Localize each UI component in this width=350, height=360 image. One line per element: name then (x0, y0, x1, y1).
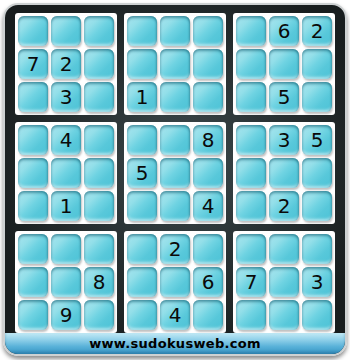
cell-r8c4[interactable] (127, 267, 157, 297)
cell-r7c7[interactable] (236, 234, 266, 264)
cell-r1c9[interactable]: 2 (302, 16, 332, 46)
cell-r5c2[interactable] (51, 158, 81, 188)
cell-r6c5[interactable] (160, 191, 190, 221)
cell-r8c5[interactable] (160, 267, 190, 297)
box-r2c2: 854 (124, 122, 226, 224)
cell-r8c7[interactable]: 7 (236, 267, 266, 297)
cell-r3c4[interactable]: 1 (127, 82, 157, 112)
cell-r1c3[interactable] (84, 16, 114, 46)
cell-r2c3[interactable] (84, 49, 114, 79)
cell-r8c6[interactable]: 6 (193, 267, 223, 297)
cell-r8c1[interactable] (18, 267, 48, 297)
cell-r4c9[interactable]: 5 (302, 125, 332, 155)
cell-r6c7[interactable] (236, 191, 266, 221)
cell-r1c7[interactable] (236, 16, 266, 46)
cell-r7c6[interactable] (193, 234, 223, 264)
cell-r4c8[interactable]: 3 (269, 125, 299, 155)
cell-r7c8[interactable] (269, 234, 299, 264)
box-r3c2: 264 (124, 231, 226, 333)
cell-r5c7[interactable] (236, 158, 266, 188)
cell-r6c3[interactable] (84, 191, 114, 221)
cell-r6c9[interactable] (302, 191, 332, 221)
cell-r4c7[interactable] (236, 125, 266, 155)
cell-r2c5[interactable] (160, 49, 190, 79)
cell-r7c1[interactable] (18, 234, 48, 264)
cell-r4c5[interactable] (160, 125, 190, 155)
cell-r3c3[interactable] (84, 82, 114, 112)
website-link[interactable]: www.sudokusweb.com (89, 336, 261, 351)
cell-r8c3[interactable]: 8 (84, 267, 114, 297)
cell-r4c1[interactable] (18, 125, 48, 155)
cell-r9c6[interactable] (193, 300, 223, 330)
cell-r5c1[interactable] (18, 158, 48, 188)
cell-r2c2[interactable]: 2 (51, 49, 81, 79)
cell-r7c4[interactable] (127, 234, 157, 264)
cell-r3c5[interactable] (160, 82, 190, 112)
cell-r7c9[interactable] (302, 234, 332, 264)
cell-r4c4[interactable] (127, 125, 157, 155)
cell-r5c8[interactable] (269, 158, 299, 188)
cell-r2c8[interactable] (269, 49, 299, 79)
box-r1c1: 723 (15, 13, 117, 115)
cell-r1c8[interactable]: 6 (269, 16, 299, 46)
sudoku-widget: 7231625418543528926473 www.sudokusweb.co… (3, 3, 347, 356)
sudoku-board: 7231625418543528926473 (15, 13, 335, 333)
cell-r4c2[interactable]: 4 (51, 125, 81, 155)
cell-r1c5[interactable] (160, 16, 190, 46)
box-r3c1: 89 (15, 231, 117, 333)
cell-r6c4[interactable] (127, 191, 157, 221)
cell-r9c8[interactable] (269, 300, 299, 330)
cell-r4c6[interactable]: 8 (193, 125, 223, 155)
cell-r1c2[interactable] (51, 16, 81, 46)
cell-r7c3[interactable] (84, 234, 114, 264)
cell-r6c6[interactable]: 4 (193, 191, 223, 221)
box-r2c3: 352 (233, 122, 335, 224)
cell-r9c9[interactable] (302, 300, 332, 330)
cell-r3c9[interactable] (302, 82, 332, 112)
cell-r6c1[interactable] (18, 191, 48, 221)
cell-r9c4[interactable] (127, 300, 157, 330)
cell-r2c1[interactable]: 7 (18, 49, 48, 79)
cell-r9c7[interactable] (236, 300, 266, 330)
cell-r5c3[interactable] (84, 158, 114, 188)
cell-r2c4[interactable] (127, 49, 157, 79)
cell-r1c4[interactable] (127, 16, 157, 46)
cell-r3c2[interactable]: 3 (51, 82, 81, 112)
cell-r6c8[interactable]: 2 (269, 191, 299, 221)
cell-r3c8[interactable]: 5 (269, 82, 299, 112)
cell-r2c9[interactable] (302, 49, 332, 79)
cell-r9c2[interactable]: 9 (51, 300, 81, 330)
cell-r9c1[interactable] (18, 300, 48, 330)
cell-r9c5[interactable]: 4 (160, 300, 190, 330)
cell-r3c7[interactable] (236, 82, 266, 112)
cell-r8c8[interactable] (269, 267, 299, 297)
box-r2c1: 41 (15, 122, 117, 224)
cell-r6c2[interactable]: 1 (51, 191, 81, 221)
cell-r5c5[interactable] (160, 158, 190, 188)
box-r1c2: 1 (124, 13, 226, 115)
cell-r2c6[interactable] (193, 49, 223, 79)
cell-r3c1[interactable] (18, 82, 48, 112)
box-r3c3: 73 (233, 231, 335, 333)
box-r1c3: 625 (233, 13, 335, 115)
cell-r1c6[interactable] (193, 16, 223, 46)
cell-r7c5[interactable]: 2 (160, 234, 190, 264)
cell-r5c6[interactable] (193, 158, 223, 188)
cell-r9c3[interactable] (84, 300, 114, 330)
cell-r2c7[interactable] (236, 49, 266, 79)
cell-r5c4[interactable]: 5 (127, 158, 157, 188)
cell-r7c2[interactable] (51, 234, 81, 264)
cell-r1c1[interactable] (18, 16, 48, 46)
cell-r4c3[interactable] (84, 125, 114, 155)
cell-r8c2[interactable] (51, 267, 81, 297)
cell-r5c9[interactable] (302, 158, 332, 188)
footer-bar: www.sudokusweb.com (5, 333, 345, 354)
cell-r8c9[interactable]: 3 (302, 267, 332, 297)
cell-r3c6[interactable] (193, 82, 223, 112)
